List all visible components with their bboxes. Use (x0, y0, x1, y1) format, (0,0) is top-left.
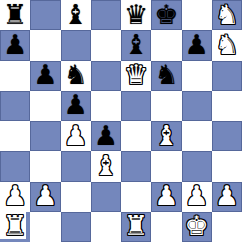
square-c6[interactable]: ♞ (61, 61, 91, 91)
white-knight-h7[interactable]: ♞ (215, 31, 239, 58)
square-c8[interactable]: ♝ (61, 0, 91, 30)
white-bishop-f4[interactable]: ♝ (154, 122, 178, 149)
square-b3[interactable] (30, 151, 60, 181)
black-pawn-b6[interactable]: ♟ (33, 61, 57, 88)
square-e3[interactable] (121, 151, 151, 181)
square-a7[interactable]: ♟ (0, 30, 30, 60)
square-c5[interactable]: ♟ (61, 91, 91, 121)
square-h4[interactable] (212, 121, 242, 151)
black-bishop-c8[interactable]: ♝ (64, 1, 88, 28)
square-g8[interactable] (182, 0, 212, 30)
square-g1[interactable]: ♚ (182, 212, 212, 242)
square-a2[interactable]: ♟ (0, 182, 30, 212)
black-pawn-g7[interactable]: ♟ (185, 31, 209, 58)
white-bishop-d3[interactable]: ♝ (94, 152, 118, 179)
black-pawn-a7[interactable]: ♟ (3, 31, 27, 58)
black-pawn-d4[interactable]: ♟ (94, 122, 118, 149)
square-h8[interactable]: ♞ (212, 0, 242, 30)
black-bishop-e7[interactable]: ♝ (124, 31, 148, 58)
square-g5[interactable] (182, 91, 212, 121)
square-g4[interactable] (182, 121, 212, 151)
square-g6[interactable] (182, 61, 212, 91)
white-pawn-b2[interactable]: ♟ (33, 182, 57, 209)
square-f1[interactable] (151, 212, 181, 242)
square-a8[interactable]: ♜ (0, 0, 30, 30)
white-pawn-h2[interactable]: ♟ (215, 182, 239, 209)
square-b7[interactable] (30, 30, 60, 60)
chess-board: ♜♝♛♚♞♟♝♟♞♟♞♛♞♟♟♟♝♝♟♟♟♟♟♜♜♚ (0, 0, 242, 242)
square-f8[interactable]: ♚ (151, 0, 181, 30)
square-c3[interactable] (61, 151, 91, 181)
square-h6[interactable] (212, 61, 242, 91)
square-b8[interactable] (30, 0, 60, 30)
square-g3[interactable] (182, 151, 212, 181)
white-pawn-f2[interactable]: ♟ (154, 182, 178, 209)
square-a5[interactable] (0, 91, 30, 121)
white-pawn-a2[interactable]: ♟ (3, 182, 27, 209)
square-g7[interactable]: ♟ (182, 30, 212, 60)
white-pawn-g2[interactable]: ♟ (185, 182, 209, 209)
black-rook-a8[interactable]: ♜ (3, 1, 27, 28)
square-e1[interactable]: ♜ (121, 212, 151, 242)
square-h1[interactable] (212, 212, 242, 242)
square-f7[interactable] (151, 30, 181, 60)
square-h5[interactable] (212, 91, 242, 121)
square-g2[interactable]: ♟ (182, 182, 212, 212)
white-queen-e6[interactable]: ♛ (124, 61, 148, 88)
square-f2[interactable]: ♟ (151, 182, 181, 212)
square-e6[interactable]: ♛ (121, 61, 151, 91)
square-b4[interactable] (30, 121, 60, 151)
square-d1[interactable] (91, 212, 121, 242)
white-king-g1[interactable]: ♚ (185, 212, 209, 239)
square-d7[interactable] (91, 30, 121, 60)
white-rook-a1[interactable]: ♜ (3, 212, 27, 239)
square-d2[interactable] (91, 182, 121, 212)
square-a6[interactable] (0, 61, 30, 91)
square-d8[interactable] (91, 0, 121, 30)
white-rook-e1[interactable]: ♜ (124, 212, 148, 239)
square-d4[interactable]: ♟ (91, 121, 121, 151)
square-c1[interactable] (61, 212, 91, 242)
square-e5[interactable] (121, 91, 151, 121)
square-c2[interactable] (61, 182, 91, 212)
black-pawn-c5[interactable]: ♟ (64, 91, 88, 118)
square-d6[interactable] (91, 61, 121, 91)
white-pawn-c4[interactable]: ♟ (64, 122, 88, 149)
square-h7[interactable]: ♞ (212, 30, 242, 60)
square-d5[interactable] (91, 91, 121, 121)
square-f6[interactable]: ♞ (151, 61, 181, 91)
square-h3[interactable] (212, 151, 242, 181)
square-b5[interactable] (30, 91, 60, 121)
square-b2[interactable]: ♟ (30, 182, 60, 212)
square-e7[interactable]: ♝ (121, 30, 151, 60)
black-king-f8[interactable]: ♚ (154, 1, 178, 28)
square-e8[interactable]: ♛ (121, 0, 151, 30)
black-queen-e8[interactable]: ♛ (124, 1, 148, 28)
square-a1[interactable]: ♜ (0, 212, 30, 242)
square-f4[interactable]: ♝ (151, 121, 181, 151)
square-c7[interactable] (61, 30, 91, 60)
square-f3[interactable] (151, 151, 181, 181)
black-knight-c6[interactable]: ♞ (64, 61, 88, 88)
black-knight-f6[interactable]: ♞ (154, 61, 178, 88)
square-f5[interactable] (151, 91, 181, 121)
square-a4[interactable] (0, 121, 30, 151)
square-h2[interactable]: ♟ (212, 182, 242, 212)
square-a3[interactable] (0, 151, 30, 181)
square-c4[interactable]: ♟ (61, 121, 91, 151)
square-e4[interactable] (121, 121, 151, 151)
square-e2[interactable] (121, 182, 151, 212)
square-d3[interactable]: ♝ (91, 151, 121, 181)
white-knight-h8[interactable]: ♞ (215, 1, 239, 28)
square-b1[interactable] (30, 212, 60, 242)
square-b6[interactable]: ♟ (30, 61, 60, 91)
